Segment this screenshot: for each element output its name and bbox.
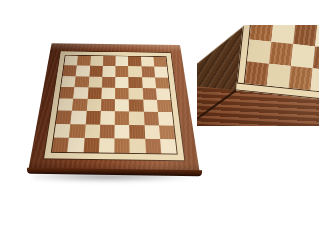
- board-square: [143, 112, 158, 125]
- board-square: [129, 88, 143, 100]
- board-square: [129, 77, 143, 88]
- board-playing-field: [51, 55, 178, 155]
- board-square: [141, 67, 155, 78]
- board-square: [115, 56, 128, 66]
- board-square: [90, 56, 103, 66]
- inset-square: [269, 42, 293, 66]
- board-square: [71, 111, 87, 124]
- board-square: [160, 139, 177, 154]
- inset-square: [293, 25, 317, 46]
- board-square: [83, 138, 99, 153]
- board-square: [88, 76, 102, 87]
- board-square: [84, 124, 100, 138]
- board-square: [129, 112, 144, 125]
- board-square: [102, 76, 116, 87]
- board-square: [89, 66, 103, 77]
- board-square: [100, 111, 115, 124]
- board-square: [101, 99, 115, 111]
- board-square: [153, 57, 167, 67]
- board-square: [130, 138, 146, 153]
- board-square: [141, 57, 154, 67]
- board-square: [155, 77, 169, 88]
- board-square: [99, 124, 114, 138]
- board-square: [59, 87, 74, 99]
- board-square: [159, 125, 175, 139]
- board-square: [128, 66, 141, 77]
- board-square: [52, 137, 69, 152]
- board-square: [115, 66, 128, 77]
- inset-square: [291, 44, 315, 68]
- chessboard-photo[interactable]: [28, 1, 200, 173]
- inset-square: [267, 64, 291, 88]
- inset-square: [289, 66, 313, 90]
- board-square: [115, 77, 129, 88]
- board-square: [54, 124, 71, 138]
- board-square: [63, 65, 77, 76]
- board-square: [87, 87, 101, 99]
- board-square: [75, 76, 89, 87]
- board-square: [69, 124, 85, 138]
- inset-playing-field: [245, 25, 319, 95]
- board-square: [142, 77, 156, 88]
- inset-square: [310, 68, 319, 92]
- corner-detail-inset[interactable]: [197, 25, 319, 126]
- board-square: [157, 100, 172, 112]
- board-square: [129, 125, 144, 139]
- board-square: [128, 56, 141, 66]
- board-square: [115, 99, 129, 111]
- inset-photo-clip: [197, 25, 319, 126]
- board-square: [72, 99, 87, 111]
- product-photo-canvas: [0, 0, 320, 240]
- board-square: [158, 112, 174, 125]
- inset-square: [313, 46, 319, 70]
- board-square: [103, 56, 116, 66]
- inset-square: [247, 39, 271, 63]
- board-square: [114, 124, 129, 138]
- inset-board-corner: [197, 25, 319, 126]
- board-shadow: [33, 173, 199, 182]
- board-square: [76, 66, 90, 77]
- board-square: [86, 99, 101, 111]
- board-square: [114, 138, 130, 153]
- board-square: [61, 76, 76, 87]
- board-square: [154, 67, 168, 78]
- board-square: [64, 56, 78, 66]
- chessboard: [28, 43, 200, 174]
- board-square: [102, 66, 115, 77]
- board-square: [58, 98, 74, 110]
- board-square: [142, 88, 156, 100]
- board-square: [115, 111, 130, 124]
- board-square: [101, 87, 115, 99]
- board-square: [56, 111, 72, 124]
- board-square: [67, 138, 84, 153]
- board-square: [156, 88, 171, 100]
- board-square: [115, 88, 129, 100]
- board-square: [99, 138, 115, 153]
- board-square: [144, 125, 160, 139]
- board-square: [129, 99, 144, 111]
- board-square: [73, 87, 88, 99]
- board-square: [143, 100, 158, 112]
- inset-square: [245, 61, 269, 85]
- board-square: [145, 139, 161, 154]
- board-square: [85, 111, 100, 124]
- board-square: [77, 56, 91, 66]
